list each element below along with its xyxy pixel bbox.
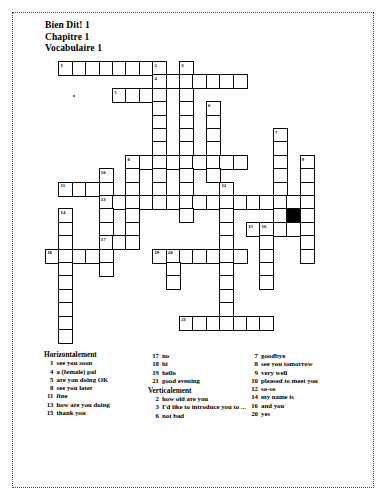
title-line-1: Bien Dit! 1: [45, 20, 102, 32]
clue-item-number: 7: [246, 352, 258, 360]
clue-item-number: 15: [44, 409, 54, 417]
clues-column-1: Horizontalement 1see you soon4a (female)…: [44, 351, 149, 417]
clue-item-number: 5: [44, 376, 54, 384]
clue-item-text: how are you doing: [57, 401, 110, 409]
grid-cell[interactable]: [179, 208, 194, 223]
clue-item: 20yes: [246, 410, 351, 418]
clue-item-text: very well: [261, 369, 287, 377]
clue-item-number: 8: [246, 360, 258, 368]
clue-item: 13how are you doing: [44, 401, 149, 409]
clue-item: 7goodbye: [246, 352, 351, 360]
clue-item-text: and you: [261, 402, 284, 410]
clue-item-number: 13: [44, 401, 54, 409]
clue-item: 15thank you: [44, 409, 149, 417]
clue-item-number: 3: [147, 403, 159, 411]
grid-cell[interactable]: [233, 155, 248, 170]
clue-item-text: are you doing OK: [57, 376, 109, 384]
clue-item-number: 19: [147, 369, 159, 377]
clue-item: 5are you doing OK: [44, 376, 149, 384]
clue-item-number: 1: [44, 359, 54, 367]
clue-item: 2how old are you: [147, 395, 252, 403]
clue-item-number: 16: [246, 402, 258, 410]
clues-down-list-2: 7goodbye8see you tomorrow9very well10ple…: [246, 352, 351, 418]
clue-item: 8see you tomorrow: [246, 360, 351, 368]
clue-item-text: not bad: [162, 412, 184, 420]
clues-column-3: 7goodbye8see you tomorrow9very well10ple…: [246, 352, 351, 418]
clues-down-list-1: 2how old are you3I'd like to introduce y…: [147, 395, 252, 420]
clue-item-text: how old are you: [162, 395, 208, 403]
clue-item-number: 2: [147, 395, 159, 403]
clue-item-number: 21: [147, 377, 159, 385]
title-line-2: Chapitre 1: [45, 32, 102, 44]
clue-item-text: a (female) pal: [57, 368, 97, 376]
grid-cell[interactable]: [99, 262, 114, 277]
clue-item: 4a (female) pal: [44, 368, 149, 376]
clue-item-text: pleased to meet you: [261, 377, 318, 385]
clue-item-number: 6: [147, 412, 159, 420]
clue-item: 17no: [147, 352, 252, 360]
grid-cell[interactable]: [166, 275, 181, 290]
clue-item-number: 17: [147, 352, 159, 360]
grid-cell[interactable]: [300, 249, 315, 264]
clue-item-number: 10: [246, 377, 258, 385]
clue-item-number: 11: [44, 392, 54, 400]
clue-item: 21good evening: [147, 377, 252, 385]
clue-item-text: see you soon: [57, 359, 93, 367]
clue-item-text: see you later: [57, 384, 93, 392]
grid-cell[interactable]: [259, 316, 274, 331]
clue-item-text: fine: [57, 392, 68, 400]
clue-item: 10pleased to meet you: [246, 377, 351, 385]
clue-item: 14my name is: [246, 393, 351, 401]
clue-item: 8see you later: [44, 384, 149, 392]
clue-item-text: yes: [261, 410, 270, 418]
title-block: Bien Dit! 1 Chapitre 1 Vocabulaire 1: [45, 20, 102, 55]
clue-item: 18hi: [147, 360, 252, 368]
clue-item-text: hi: [162, 360, 168, 368]
clue-item-text: no: [162, 352, 169, 360]
clue-item-number: 12: [246, 385, 258, 393]
clue-item: 9very well: [246, 369, 351, 377]
grid-cell[interactable]: [125, 235, 140, 250]
clues-across-list-2: 17no18hi19hello21good evening: [147, 352, 252, 385]
clue-item: 1see you soon: [44, 359, 149, 367]
grid-cell[interactable]: [233, 249, 248, 264]
clue-item-text: I'd like to introduce you to ...: [162, 403, 246, 411]
clue-item: 19hello: [147, 369, 252, 377]
clues-across-header: Horizontalement: [44, 351, 149, 359]
clue-item-number: 8: [44, 384, 54, 392]
grid-cell[interactable]: [233, 74, 248, 89]
clue-item: 12so-so: [246, 385, 351, 393]
clue-item: 3I'd like to introduce you to ...: [147, 403, 252, 411]
clue-item-text: see you tomorrow: [261, 360, 313, 368]
clues-column-2: 17no18hi19hello21good evening Verticalem…: [147, 352, 252, 420]
title-line-3: Vocabulaire 1: [45, 43, 102, 55]
clue-item-text: goodbye: [261, 352, 285, 360]
clue-item-number: 14: [246, 393, 258, 401]
clue-item: 11fine: [44, 392, 149, 400]
clue-item-text: my name is: [261, 393, 294, 401]
clue-item-number: 20: [246, 410, 258, 418]
grid-cell[interactable]: [58, 329, 73, 344]
clues-down-header: Verticalement: [148, 387, 252, 395]
clue-item: 6not bad: [147, 412, 252, 420]
clue-item: 16and you: [246, 402, 351, 410]
clue-item-text: thank you: [57, 409, 86, 417]
grid-cell[interactable]: [259, 275, 274, 290]
clue-item-number: 9: [246, 369, 258, 377]
clues-across-list-1: 1see you soon4a (female) pal5are you doi…: [44, 359, 149, 417]
clue-item-number: 4: [44, 368, 54, 376]
clue-item-text: so-so: [261, 385, 275, 393]
clue-item-text: hello: [162, 369, 176, 377]
clue-item-text: good evening: [162, 377, 200, 385]
crossword-grid: 123456789101112131415161718192021: [45, 61, 313, 343]
stray-mark: [73, 95, 75, 97]
clue-item-number: 18: [147, 360, 159, 368]
